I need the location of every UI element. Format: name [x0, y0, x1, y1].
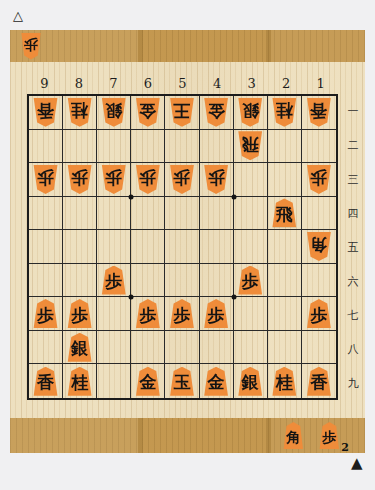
piece-gote-pawn[interactable]: 歩 — [20, 33, 42, 60]
piece-gote-pawn[interactable]: 歩 — [100, 165, 127, 194]
square-7-1[interactable]: 銀 — [97, 96, 131, 130]
rank-label: 八 — [343, 332, 363, 366]
square-8-7[interactable]: 歩 — [63, 297, 97, 331]
piece-kanji: 香 — [310, 102, 327, 119]
piece-gote-silver[interactable]: 銀 — [100, 98, 127, 127]
gote-hand-pieces: 歩 — [10, 30, 365, 62]
square-6-4[interactable] — [131, 197, 165, 231]
square-8-9[interactable]: 桂 — [63, 364, 97, 398]
rank-label: 四 — [343, 196, 363, 230]
square-1-7[interactable]: 歩 — [302, 297, 336, 331]
rank-label: 七 — [343, 298, 363, 332]
rank-label: 一 — [343, 94, 363, 128]
piece-sente-lance[interactable]: 香 — [305, 367, 332, 396]
piece-sente-pawn[interactable]: 歩 — [100, 266, 127, 295]
piece-kanji: 香 — [37, 102, 54, 119]
square-4-7[interactable]: 歩 — [200, 297, 234, 331]
piece-kanji: 香 — [310, 374, 327, 391]
piece-kanji: 金 — [208, 102, 225, 119]
piece-gote-knight[interactable]: 桂 — [271, 98, 298, 127]
piece-gote-pawn[interactable]: 歩 — [32, 165, 59, 194]
square-3-7[interactable] — [234, 297, 268, 331]
square-7-3[interactable]: 歩 — [97, 163, 131, 197]
square-6-9[interactable]: 金 — [131, 364, 165, 398]
square-1-6[interactable] — [302, 264, 336, 298]
piece-kanji: 歩 — [173, 169, 190, 186]
square-5-8[interactable] — [165, 331, 199, 365]
square-2-1[interactable]: 桂 — [268, 96, 302, 130]
piece-sente-gold[interactable]: 金 — [203, 367, 230, 396]
square-1-8[interactable] — [302, 331, 336, 365]
piece-kanji: 桂 — [276, 102, 293, 119]
piece-gote-rook[interactable]: 飛 — [237, 131, 264, 160]
square-2-6[interactable] — [268, 264, 302, 298]
square-1-5[interactable]: 角 — [302, 230, 336, 264]
square-9-4[interactable] — [29, 197, 63, 231]
piece-gote-pawn[interactable]: 歩 — [66, 165, 93, 194]
square-5-7[interactable]: 歩 — [165, 297, 199, 331]
square-5-6[interactable] — [165, 264, 199, 298]
piece-gote-lance[interactable]: 香 — [32, 98, 59, 127]
file-label: 1 — [303, 73, 338, 93]
square-1-2[interactable] — [302, 130, 336, 164]
piece-kanji: 歩 — [208, 307, 225, 324]
shogi-app: △ 歩 987654321 一二三四五六七八九 香桂銀金王金銀桂香飛歩歩歩歩歩歩… — [0, 0, 375, 490]
file-label: 9 — [27, 73, 62, 93]
square-3-5[interactable] — [234, 230, 268, 264]
square-3-1[interactable]: 銀 — [234, 96, 268, 130]
file-label: 5 — [165, 73, 200, 93]
piece-kanji: 角 — [310, 236, 327, 253]
square-7-7[interactable] — [97, 297, 131, 331]
square-4-1[interactable]: 金 — [200, 96, 234, 130]
piece-kanji: 桂 — [276, 374, 293, 391]
square-5-1[interactable]: 王 — [165, 96, 199, 130]
piece-kanji: 桂 — [71, 374, 88, 391]
piece-gote-silver[interactable]: 銀 — [237, 98, 264, 127]
board-grid: 香桂銀金王金銀桂香飛歩歩歩歩歩歩歩飛角歩歩歩歩歩歩歩歩銀香桂金玉金銀桂香 — [27, 94, 338, 400]
piece-gote-bishop[interactable]: 角 — [305, 232, 332, 261]
piece-kanji: 銀 — [71, 340, 88, 357]
star-point — [231, 295, 236, 300]
piece-kanji: 玉 — [173, 374, 190, 391]
square-3-6[interactable]: 歩 — [234, 264, 268, 298]
square-8-3[interactable]: 歩 — [63, 163, 97, 197]
square-8-2[interactable] — [63, 130, 97, 164]
piece-kanji: 歩 — [37, 307, 54, 324]
square-6-3[interactable]: 歩 — [131, 163, 165, 197]
gote-side-indicator: △ — [13, 9, 23, 22]
file-labels: 987654321 — [27, 73, 338, 93]
piece-sente-pawn[interactable]: 歩 — [66, 299, 93, 328]
file-label: 7 — [96, 73, 131, 93]
rank-label: 二 — [343, 128, 363, 162]
square-8-5[interactable] — [63, 230, 97, 264]
square-9-8[interactable] — [29, 331, 63, 365]
square-3-9[interactable]: 銀 — [234, 364, 268, 398]
square-2-7[interactable] — [268, 297, 302, 331]
square-1-4[interactable] — [302, 197, 336, 231]
square-4-4[interactable] — [200, 197, 234, 231]
square-7-8[interactable] — [97, 331, 131, 365]
square-7-9[interactable] — [97, 364, 131, 398]
sente-hand-pieces: 角歩2 — [10, 418, 365, 453]
piece-gote-pawn[interactable]: 歩 — [203, 165, 230, 194]
piece-sente-pawn[interactable]: 歩 — [305, 299, 332, 328]
hand-entry-pawn[interactable]: 歩2 — [318, 422, 349, 449]
piece-gote-gold[interactable]: 金 — [134, 98, 161, 127]
piece-kanji: 銀 — [242, 374, 259, 391]
square-5-9[interactable]: 玉 — [165, 364, 199, 398]
sente-hand-tray: 角歩2 — [10, 418, 365, 453]
square-6-1[interactable]: 金 — [131, 96, 165, 130]
piece-kanji: 桂 — [71, 102, 88, 119]
square-6-6[interactable] — [131, 264, 165, 298]
piece-gote-pawn[interactable]: 歩 — [305, 165, 332, 194]
square-5-5[interactable] — [165, 230, 199, 264]
piece-kanji: 歩 — [322, 430, 336, 444]
piece-sente-silver[interactable]: 銀 — [237, 367, 264, 396]
square-2-3[interactable] — [268, 163, 302, 197]
square-5-2[interactable] — [165, 130, 199, 164]
square-9-3[interactable]: 歩 — [29, 163, 63, 197]
square-4-9[interactable]: 金 — [200, 364, 234, 398]
square-2-8[interactable] — [268, 331, 302, 365]
piece-kanji: 歩 — [24, 38, 38, 52]
piece-kanji: 歩 — [208, 169, 225, 186]
square-2-5[interactable] — [268, 230, 302, 264]
piece-gote-pawn[interactable]: 歩 — [134, 165, 161, 194]
piece-kanji: 金 — [208, 374, 225, 391]
gote-hand-tray: 歩 — [10, 30, 365, 62]
piece-sente-rook[interactable]: 飛 — [271, 198, 298, 227]
piece-sente-knight[interactable]: 桂 — [271, 367, 298, 396]
piece-kanji: 角 — [286, 430, 300, 444]
piece-sente-pawn[interactable]: 歩 — [318, 422, 340, 449]
piece-kanji: 歩 — [139, 307, 156, 324]
square-8-4[interactable] — [63, 197, 97, 231]
square-9-5[interactable] — [29, 230, 63, 264]
square-7-4[interactable] — [97, 197, 131, 231]
piece-sente-king[interactable]: 玉 — [168, 367, 195, 396]
piece-sente-pawn[interactable]: 歩 — [203, 299, 230, 328]
square-8-1[interactable]: 桂 — [63, 96, 97, 130]
square-9-6[interactable] — [29, 264, 63, 298]
piece-kanji: 金 — [139, 102, 156, 119]
piece-gote-gold[interactable]: 金 — [203, 98, 230, 127]
square-6-5[interactable] — [131, 230, 165, 264]
square-3-8[interactable] — [234, 331, 268, 365]
square-1-9[interactable]: 香 — [302, 364, 336, 398]
square-8-8[interactable]: 銀 — [63, 331, 97, 365]
square-4-8[interactable] — [200, 331, 234, 365]
square-3-2[interactable]: 飛 — [234, 130, 268, 164]
rank-labels: 一二三四五六七八九 — [343, 94, 363, 400]
piece-sente-gold[interactable]: 金 — [134, 367, 161, 396]
piece-kanji: 飛 — [276, 206, 293, 223]
piece-sente-pawn[interactable]: 歩 — [134, 299, 161, 328]
square-9-9[interactable]: 香 — [29, 364, 63, 398]
square-2-2[interactable] — [268, 130, 302, 164]
star-point — [231, 194, 236, 199]
square-3-4[interactable] — [234, 197, 268, 231]
rank-label: 五 — [343, 230, 363, 264]
piece-kanji: 歩 — [139, 169, 156, 186]
piece-sente-lance[interactable]: 香 — [32, 367, 59, 396]
square-7-6[interactable]: 歩 — [97, 264, 131, 298]
square-5-3[interactable]: 歩 — [165, 163, 199, 197]
square-4-6[interactable] — [200, 264, 234, 298]
piece-kanji: 歩 — [37, 169, 54, 186]
piece-kanji: 歩 — [242, 273, 259, 290]
file-label: 3 — [234, 73, 269, 93]
piece-kanji: 歩 — [71, 307, 88, 324]
hand-entry-bishop[interactable]: 角 — [282, 422, 304, 449]
square-5-4[interactable] — [165, 197, 199, 231]
square-1-1[interactable]: 香 — [302, 96, 336, 130]
square-6-7[interactable]: 歩 — [131, 297, 165, 331]
piece-sente-knight[interactable]: 桂 — [66, 367, 93, 396]
file-label: 2 — [269, 73, 304, 93]
piece-gote-knight[interactable]: 桂 — [66, 98, 93, 127]
piece-kanji: 歩 — [71, 169, 88, 186]
piece-gote-lance[interactable]: 香 — [305, 98, 332, 127]
shogi-board: 987654321 一二三四五六七八九 香桂銀金王金銀桂香飛歩歩歩歩歩歩歩飛角歩… — [10, 62, 365, 418]
piece-sente-pawn[interactable]: 歩 — [168, 299, 195, 328]
piece-kanji: 歩 — [310, 169, 327, 186]
square-7-5[interactable] — [97, 230, 131, 264]
square-1-3[interactable]: 歩 — [302, 163, 336, 197]
square-2-9[interactable]: 桂 — [268, 364, 302, 398]
piece-kanji: 香 — [37, 374, 54, 391]
piece-kanji: 歩 — [105, 169, 122, 186]
piece-gote-pawn[interactable]: 歩 — [168, 165, 195, 194]
piece-kanji: 王 — [173, 102, 190, 119]
square-4-2[interactable] — [200, 130, 234, 164]
sente-side-indicator: ▲ — [351, 456, 363, 471]
piece-kanji: 飛 — [242, 136, 259, 153]
piece-sente-bishop[interactable]: 角 — [282, 422, 304, 449]
square-9-2[interactable] — [29, 130, 63, 164]
file-label: 8 — [62, 73, 97, 93]
square-4-3[interactable]: 歩 — [200, 163, 234, 197]
square-8-6[interactable] — [63, 264, 97, 298]
square-9-1[interactable]: 香 — [29, 96, 63, 130]
file-label: 4 — [200, 73, 235, 93]
square-4-5[interactable] — [200, 230, 234, 264]
piece-kanji: 歩 — [310, 307, 327, 324]
piece-kanji: 銀 — [242, 102, 259, 119]
square-6-2[interactable] — [131, 130, 165, 164]
piece-gote-king[interactable]: 王 — [168, 98, 195, 127]
file-label: 6 — [131, 73, 166, 93]
rank-label: 三 — [343, 162, 363, 196]
star-point — [129, 194, 134, 199]
piece-sente-pawn[interactable]: 歩 — [237, 266, 264, 295]
rank-label: 六 — [343, 264, 363, 298]
piece-kanji: 歩 — [105, 273, 122, 290]
piece-kanji: 歩 — [173, 307, 190, 324]
square-7-2[interactable] — [97, 130, 131, 164]
hand-piece-count: 2 — [341, 442, 349, 453]
square-3-3[interactable] — [234, 163, 268, 197]
piece-sente-pawn[interactable]: 歩 — [32, 299, 59, 328]
square-9-7[interactable]: 歩 — [29, 297, 63, 331]
piece-sente-silver[interactable]: 銀 — [66, 333, 93, 362]
square-2-4[interactable]: 飛 — [268, 197, 302, 231]
hand-entry-pawn[interactable]: 歩 — [20, 33, 42, 60]
piece-kanji: 金 — [139, 374, 156, 391]
piece-kanji: 銀 — [105, 102, 122, 119]
square-6-8[interactable] — [131, 331, 165, 365]
rank-label: 九 — [343, 366, 363, 400]
star-point — [129, 295, 134, 300]
